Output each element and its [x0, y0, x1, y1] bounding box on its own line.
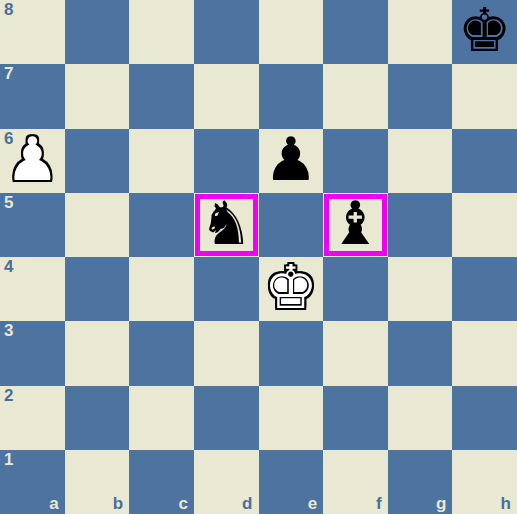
- square-a2[interactable]: 2: [0, 386, 65, 450]
- square-b4[interactable]: [65, 257, 130, 321]
- square-d8[interactable]: [194, 0, 259, 64]
- square-b6[interactable]: [65, 129, 130, 193]
- square-d4[interactable]: [194, 257, 259, 321]
- square-b3[interactable]: [65, 321, 130, 385]
- square-e6[interactable]: ♟: [259, 129, 324, 193]
- square-a8[interactable]: 8: [0, 0, 65, 64]
- square-f5[interactable]: ♝: [323, 193, 388, 257]
- square-b7[interactable]: [65, 64, 130, 128]
- square-e2[interactable]: [259, 386, 324, 450]
- square-c3[interactable]: [129, 321, 194, 385]
- square-h5[interactable]: [452, 193, 517, 257]
- square-b5[interactable]: [65, 193, 130, 257]
- square-f3[interactable]: [323, 321, 388, 385]
- square-e3[interactable]: [259, 321, 324, 385]
- square-d7[interactable]: [194, 64, 259, 128]
- square-f7[interactable]: [323, 64, 388, 128]
- square-c2[interactable]: [129, 386, 194, 450]
- square-a1[interactable]: 1a: [0, 450, 65, 514]
- square-c6[interactable]: [129, 129, 194, 193]
- square-f8[interactable]: [323, 0, 388, 64]
- rank-label-7: 7: [4, 64, 13, 84]
- square-a6[interactable]: 6♟: [0, 129, 65, 193]
- square-g2[interactable]: [388, 386, 453, 450]
- square-e1[interactable]: e: [259, 450, 324, 514]
- square-a5[interactable]: 5: [0, 193, 65, 257]
- rank-label-5: 5: [4, 193, 13, 213]
- square-c8[interactable]: [129, 0, 194, 64]
- square-g7[interactable]: [388, 64, 453, 128]
- file-label-h: h: [501, 495, 511, 514]
- square-h6[interactable]: [452, 129, 517, 193]
- square-e5[interactable]: [259, 193, 324, 257]
- square-d1[interactable]: d: [194, 450, 259, 514]
- square-g1[interactable]: g: [388, 450, 453, 514]
- square-h3[interactable]: [452, 321, 517, 385]
- square-h4[interactable]: [452, 257, 517, 321]
- square-c1[interactable]: c: [129, 450, 194, 514]
- square-d3[interactable]: [194, 321, 259, 385]
- square-a3[interactable]: 3: [0, 321, 65, 385]
- piece-white-king: ♚: [264, 257, 318, 317]
- rank-label-4: 4: [4, 257, 13, 277]
- square-f1[interactable]: f: [323, 450, 388, 514]
- square-c7[interactable]: [129, 64, 194, 128]
- file-label-c: c: [178, 495, 187, 514]
- rank-label-2: 2: [4, 386, 13, 406]
- square-b2[interactable]: [65, 386, 130, 450]
- file-label-g: g: [436, 495, 446, 514]
- square-d6[interactable]: [194, 129, 259, 193]
- file-label-d: d: [242, 495, 252, 514]
- file-label-f: f: [376, 495, 382, 514]
- square-g6[interactable]: [388, 129, 453, 193]
- piece-black-king: ♚: [458, 0, 512, 60]
- file-label-a: a: [49, 495, 58, 514]
- square-g4[interactable]: [388, 257, 453, 321]
- square-e8[interactable]: [259, 0, 324, 64]
- square-h7[interactable]: [452, 64, 517, 128]
- rank-label-1: 1: [4, 450, 13, 470]
- square-d5[interactable]: ♞: [194, 193, 259, 257]
- file-label-b: b: [113, 495, 123, 514]
- square-e7[interactable]: [259, 64, 324, 128]
- rank-label-8: 8: [4, 0, 13, 20]
- piece-white-pawn: ♟: [5, 129, 59, 189]
- square-c4[interactable]: [129, 257, 194, 321]
- square-c5[interactable]: [129, 193, 194, 257]
- piece-black-knight: ♞: [199, 193, 253, 253]
- piece-black-pawn: ♟: [264, 129, 318, 189]
- square-h2[interactable]: [452, 386, 517, 450]
- square-a7[interactable]: 7: [0, 64, 65, 128]
- piece-black-bishop: ♝: [329, 193, 383, 253]
- square-b8[interactable]: [65, 0, 130, 64]
- square-g8[interactable]: [388, 0, 453, 64]
- chess-board: 8♚76♟♟5♞♝4♚321abcdefgh: [0, 0, 517, 514]
- square-a4[interactable]: 4: [0, 257, 65, 321]
- square-f2[interactable]: [323, 386, 388, 450]
- square-e4[interactable]: ♚: [259, 257, 324, 321]
- square-g5[interactable]: [388, 193, 453, 257]
- square-f6[interactable]: [323, 129, 388, 193]
- file-label-e: e: [308, 495, 317, 514]
- square-g3[interactable]: [388, 321, 453, 385]
- square-h8[interactable]: ♚: [452, 0, 517, 64]
- square-b1[interactable]: b: [65, 450, 130, 514]
- square-f4[interactable]: [323, 257, 388, 321]
- rank-label-3: 3: [4, 321, 13, 341]
- square-d2[interactable]: [194, 386, 259, 450]
- square-h1[interactable]: h: [452, 450, 517, 514]
